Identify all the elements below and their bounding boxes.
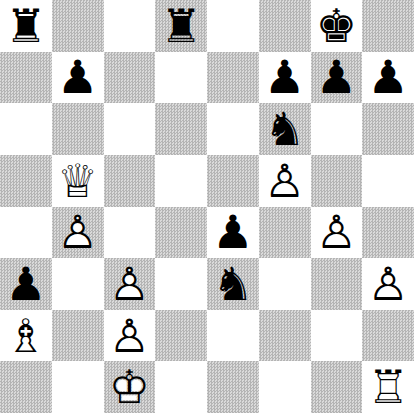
white-pawn[interactable]: ♟♙: [311, 207, 363, 259]
white-rook-icon: ♖: [362, 361, 414, 413]
square-g1[interactable]: [311, 361, 363, 413]
square-h7[interactable]: ♟: [362, 52, 414, 104]
square-g7[interactable]: ♟: [311, 52, 363, 104]
square-h3[interactable]: ♟♙: [362, 258, 414, 310]
chess-board: ♜♜♚♟♟♟♟♞♛♕♟♙♟♙♟♟♙♟♟♙♞♟♙♝♗♟♙♚♔♜♖: [0, 0, 414, 413]
square-c5[interactable]: [104, 155, 156, 207]
square-d8[interactable]: ♜: [155, 0, 207, 52]
square-f5[interactable]: ♟♙: [259, 155, 311, 207]
black-king-icon: ♚: [311, 0, 363, 52]
black-knight[interactable]: ♞: [207, 258, 259, 310]
square-e6[interactable]: [207, 103, 259, 155]
square-a5[interactable]: [0, 155, 52, 207]
square-g6[interactable]: [311, 103, 363, 155]
white-pawn[interactable]: ♟♙: [104, 310, 156, 362]
black-pawn-icon: ♟: [207, 207, 259, 259]
square-d7[interactable]: [155, 52, 207, 104]
black-pawn-icon: ♟: [259, 52, 311, 104]
square-b7[interactable]: ♟: [52, 52, 104, 104]
white-pawn-icon: ♙: [52, 207, 104, 259]
white-pawn[interactable]: ♟♙: [104, 258, 156, 310]
black-pawn[interactable]: ♟: [259, 52, 311, 104]
square-b4[interactable]: ♟♙: [52, 207, 104, 259]
square-b1[interactable]: [52, 361, 104, 413]
white-pawn-icon: ♙: [362, 258, 414, 310]
square-c4[interactable]: [104, 207, 156, 259]
black-pawn-icon: ♟: [362, 52, 414, 104]
square-e2[interactable]: [207, 310, 259, 362]
square-g4[interactable]: ♟♙: [311, 207, 363, 259]
black-rook-icon: ♜: [0, 0, 52, 52]
square-a2[interactable]: ♝♗: [0, 310, 52, 362]
square-d1[interactable]: [155, 361, 207, 413]
black-rook[interactable]: ♜: [155, 0, 207, 52]
square-f4[interactable]: [259, 207, 311, 259]
square-c6[interactable]: [104, 103, 156, 155]
square-a8[interactable]: ♜: [0, 0, 52, 52]
square-e3[interactable]: ♞: [207, 258, 259, 310]
square-c8[interactable]: [104, 0, 156, 52]
black-rook[interactable]: ♜: [0, 0, 52, 52]
square-a7[interactable]: [0, 52, 52, 104]
square-b8[interactable]: [52, 0, 104, 52]
white-king-icon: ♔: [104, 361, 156, 413]
square-e7[interactable]: [207, 52, 259, 104]
square-h2[interactable]: [362, 310, 414, 362]
square-h1[interactable]: ♜♖: [362, 361, 414, 413]
white-queen-icon: ♕: [52, 155, 104, 207]
square-f3[interactable]: [259, 258, 311, 310]
square-e8[interactable]: [207, 0, 259, 52]
square-h5[interactable]: [362, 155, 414, 207]
black-knight-icon: ♞: [259, 103, 311, 155]
square-f7[interactable]: ♟: [259, 52, 311, 104]
square-d6[interactable]: [155, 103, 207, 155]
square-b5[interactable]: ♛♕: [52, 155, 104, 207]
square-f6[interactable]: ♞: [259, 103, 311, 155]
square-c3[interactable]: ♟♙: [104, 258, 156, 310]
square-e1[interactable]: [207, 361, 259, 413]
square-b2[interactable]: [52, 310, 104, 362]
black-knight-icon: ♞: [207, 258, 259, 310]
square-a1[interactable]: [0, 361, 52, 413]
square-h8[interactable]: [362, 0, 414, 52]
square-b3[interactable]: [52, 258, 104, 310]
white-bishop[interactable]: ♝♗: [0, 310, 52, 362]
white-pawn[interactable]: ♟♙: [362, 258, 414, 310]
white-king[interactable]: ♚♔: [104, 361, 156, 413]
black-rook-icon: ♜: [155, 0, 207, 52]
square-d4[interactable]: [155, 207, 207, 259]
square-e4[interactable]: ♟: [207, 207, 259, 259]
square-a3[interactable]: ♟: [0, 258, 52, 310]
square-g8[interactable]: ♚: [311, 0, 363, 52]
black-pawn[interactable]: ♟: [52, 52, 104, 104]
square-g2[interactable]: [311, 310, 363, 362]
square-a4[interactable]: [0, 207, 52, 259]
square-h4[interactable]: [362, 207, 414, 259]
white-pawn-icon: ♙: [104, 258, 156, 310]
square-d2[interactable]: [155, 310, 207, 362]
square-c7[interactable]: [104, 52, 156, 104]
white-bishop-icon: ♗: [0, 310, 52, 362]
black-pawn-icon: ♟: [52, 52, 104, 104]
square-d5[interactable]: [155, 155, 207, 207]
white-rook[interactable]: ♜♖: [362, 361, 414, 413]
black-pawn[interactable]: ♟: [207, 207, 259, 259]
black-pawn-icon: ♟: [0, 258, 52, 310]
black-pawn-icon: ♟: [311, 52, 363, 104]
black-pawn[interactable]: ♟: [0, 258, 52, 310]
black-king[interactable]: ♚: [311, 0, 363, 52]
white-pawn[interactable]: ♟♙: [259, 155, 311, 207]
square-g3[interactable]: [311, 258, 363, 310]
square-g5[interactable]: [311, 155, 363, 207]
white-queen[interactable]: ♛♕: [52, 155, 104, 207]
black-pawn[interactable]: ♟: [362, 52, 414, 104]
white-pawn-icon: ♙: [104, 310, 156, 362]
square-c2[interactable]: ♟♙: [104, 310, 156, 362]
black-pawn[interactable]: ♟: [311, 52, 363, 104]
black-knight[interactable]: ♞: [259, 103, 311, 155]
white-pawn[interactable]: ♟♙: [52, 207, 104, 259]
square-h6[interactable]: [362, 103, 414, 155]
square-d3[interactable]: [155, 258, 207, 310]
square-c1[interactable]: ♚♔: [104, 361, 156, 413]
square-b6[interactable]: [52, 103, 104, 155]
square-f1[interactable]: [259, 361, 311, 413]
square-f8[interactable]: [259, 0, 311, 52]
white-pawn-icon: ♙: [259, 155, 311, 207]
square-a6[interactable]: [0, 103, 52, 155]
white-pawn-icon: ♙: [311, 207, 363, 259]
square-f2[interactable]: [259, 310, 311, 362]
square-e5[interactable]: [207, 155, 259, 207]
